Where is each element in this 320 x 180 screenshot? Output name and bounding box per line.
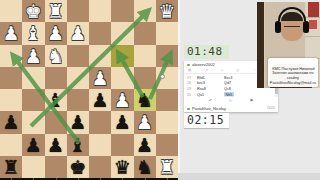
white-pawn-piece[interactable]: ♟: [111, 89, 133, 111]
square[interactable]: [67, 89, 89, 111]
black-pawn-piece[interactable]: ♟: [67, 111, 89, 133]
square[interactable]: ♟: [67, 22, 89, 44]
opponent-clock: 01:48: [184, 45, 229, 59]
white-queen-piece[interactable]: ♛: [156, 0, 178, 22]
move-cell[interactable]: Nb5: [224, 92, 234, 97]
takeback-button[interactable]: ↶: [208, 98, 212, 103]
square[interactable]: [0, 0, 22, 22]
square[interactable]: ♟: [45, 134, 67, 156]
square[interactable]: ♟: [22, 134, 44, 156]
square[interactable]: [156, 111, 178, 133]
chess-board[interactable]: ♚♜♛♟♝♟♟♟♞♟♝♟♟♞♟♟♟♟♟♟♝♟♜♚♛♞♜: [0, 0, 178, 178]
square[interactable]: [111, 67, 133, 89]
square[interactable]: [67, 67, 89, 89]
square[interactable]: ♟: [0, 22, 22, 44]
square[interactable]: ♟: [134, 111, 156, 133]
player-name[interactable]: Pastukhov_Nicolay: [192, 106, 226, 111]
player-rating: 2423: [267, 106, 275, 110]
square[interactable]: ♟: [45, 22, 67, 44]
move-cell[interactable]: Bxc3: [224, 75, 232, 80]
move-cell[interactable]: Rxa8: [197, 86, 206, 91]
square[interactable]: ♚: [22, 0, 44, 22]
white-king-piece[interactable]: ♚: [22, 0, 44, 22]
caption-line: скайпу: [287, 76, 299, 79]
square[interactable]: ♜: [0, 156, 22, 178]
caption-line: Занятия шахматами по: [272, 72, 314, 75]
square[interactable]: [22, 89, 44, 111]
square[interactable]: [156, 89, 178, 111]
online-dot: [187, 108, 190, 111]
black-pawn-piece[interactable]: ♟: [134, 134, 156, 156]
black-rook-piece[interactable]: ♜: [0, 156, 22, 178]
square[interactable]: [45, 67, 67, 89]
square[interactable]: [111, 22, 133, 44]
webcam-caption: КМС Пастухов НиколайЗанятия шахматами по…: [268, 58, 318, 87]
move-list-tool-icon[interactable]: ⋯: [253, 68, 257, 72]
square[interactable]: [111, 45, 133, 67]
square[interactable]: [111, 0, 133, 22]
square[interactable]: ♟: [89, 89, 111, 111]
move-cell[interactable]: Qc8: [224, 86, 231, 91]
white-rook-piece[interactable]: ♜: [156, 156, 178, 178]
black-pawn-piece[interactable]: ♟: [22, 134, 44, 156]
black-pawn-piece[interactable]: ♟: [111, 111, 133, 133]
square[interactable]: [134, 45, 156, 67]
white-pawn-piece[interactable]: ♟: [67, 22, 89, 44]
board-edge-divider: [178, 0, 180, 178]
square[interactable]: [0, 89, 22, 111]
move-list-tool-icon[interactable]: ▤: [188, 68, 191, 72]
square[interactable]: ♚: [67, 156, 89, 178]
webcam-red-books: [308, 2, 319, 17]
move-cell[interactable]: 18: [187, 80, 191, 85]
square[interactable]: ♟: [67, 111, 89, 133]
headphones-band-icon: [278, 7, 306, 21]
webcam-red-books: [309, 20, 317, 29]
online-dot: [187, 64, 190, 67]
square[interactable]: [67, 45, 89, 67]
square[interactable]: [156, 22, 178, 44]
square[interactable]: ♜: [156, 156, 178, 178]
cursor-dot: [160, 74, 165, 79]
square[interactable]: [89, 45, 111, 67]
move-cell[interactable]: Qa1: [197, 92, 204, 97]
move-cell[interactable]: Qd7: [224, 80, 231, 85]
square[interactable]: ♜: [45, 0, 67, 22]
move-row[interactable]: 20Qa1Nb5: [184, 91, 275, 97]
move-list-tool-icon[interactable]: ◷: [236, 68, 239, 72]
black-pawn-piece[interactable]: ♟: [0, 111, 22, 133]
black-knight-piece[interactable]: ♞: [134, 89, 156, 111]
white-pawn-piece[interactable]: ♟: [0, 22, 22, 44]
square[interactable]: ♝: [45, 89, 67, 111]
square[interactable]: [156, 67, 178, 89]
square[interactable]: ♟: [134, 134, 156, 156]
square[interactable]: ♞: [134, 156, 156, 178]
black-bishop-piece[interactable]: ♝: [45, 89, 67, 111]
black-pawn-piece[interactable]: ♟: [45, 134, 67, 156]
square[interactable]: ♛: [111, 156, 133, 178]
black-bishop-piece[interactable]: ♝: [67, 134, 89, 156]
square[interactable]: [111, 134, 133, 156]
square[interactable]: [0, 67, 22, 89]
square[interactable]: [45, 156, 67, 178]
move-cell[interactable]: bxc3: [197, 80, 205, 85]
square[interactable]: [89, 111, 111, 133]
black-king-piece[interactable]: ♚: [67, 156, 89, 178]
webcam-door: [257, 2, 264, 88]
white-knight-piece[interactable]: ♞: [45, 45, 67, 67]
square[interactable]: [67, 0, 89, 22]
headphone-cup-icon: [275, 21, 281, 33]
webcam-view: КМС Пастухов НиколайЗанятия шахматами по…: [257, 2, 320, 88]
square[interactable]: ♟: [111, 89, 133, 111]
square[interactable]: [45, 111, 67, 133]
black-queen-piece[interactable]: ♛: [111, 156, 133, 178]
move-list-tool-icon[interactable]: +: [221, 68, 223, 72]
board-coordinates-strip: [0, 178, 178, 180]
panel-bottom-band: [178, 173, 320, 180]
move-cell[interactable]: Rfd1: [197, 75, 205, 80]
draw-offer-button[interactable]: ½: [229, 98, 233, 103]
square[interactable]: [89, 0, 111, 22]
white-rook-piece[interactable]: ♜: [45, 0, 67, 22]
square[interactable]: [22, 111, 44, 133]
square[interactable]: ♞: [134, 89, 156, 111]
square[interactable]: [134, 0, 156, 22]
square[interactable]: ♞: [45, 45, 67, 67]
square[interactable]: [134, 22, 156, 44]
move-cell[interactable]: 17: [187, 75, 191, 80]
white-pawn-piece[interactable]: ♟: [89, 67, 111, 89]
square[interactable]: ♝: [22, 22, 44, 44]
square[interactable]: [156, 45, 178, 67]
black-pawn-piece[interactable]: ♟: [89, 89, 111, 111]
resign-flag-button[interactable]: ⚑: [250, 98, 254, 103]
player-clock: 02:15: [184, 113, 229, 128]
square[interactable]: ♛: [156, 0, 178, 22]
square[interactable]: [22, 67, 44, 89]
black-knight-piece[interactable]: ♞: [134, 156, 156, 178]
headphone-cup-icon: [303, 21, 309, 33]
white-bishop-piece[interactable]: ♝: [22, 22, 44, 44]
move-list-tool-icon[interactable]: ≡: [206, 68, 208, 72]
white-pawn-piece[interactable]: ♟: [22, 45, 44, 67]
move-cell[interactable]: 20: [187, 92, 191, 97]
opponent-name[interactable]: alexeev2002: [192, 62, 215, 67]
square[interactable]: [134, 67, 156, 89]
glasses-icon: [284, 26, 300, 30]
square[interactable]: [89, 22, 111, 44]
square[interactable]: [0, 134, 22, 156]
square[interactable]: [22, 156, 44, 178]
square[interactable]: [89, 134, 111, 156]
square[interactable]: ♟: [22, 45, 44, 67]
square[interactable]: ♟: [0, 111, 22, 133]
move-cell[interactable]: 19: [187, 86, 191, 91]
square[interactable]: [156, 134, 178, 156]
square[interactable]: [0, 45, 22, 67]
game-action-buttons[interactable]: ↶½⚑: [184, 97, 278, 105]
square[interactable]: [89, 156, 111, 178]
white-pawn-piece[interactable]: ♟: [134, 111, 156, 133]
square[interactable]: ♝: [67, 134, 89, 156]
white-pawn-piece[interactable]: ♟: [45, 22, 67, 44]
square[interactable]: ♟: [111, 111, 133, 133]
square[interactable]: ♟: [89, 67, 111, 89]
stream-frame: ♚♜♛♟♝♟♟♟♞♟♝♟♟♞♟♟♟♟♟♟♝♟♜♚♛♞♜ 01:48 alexee…: [0, 0, 320, 180]
caption-line: PastukhovNicolay@mail.ru: [270, 81, 316, 84]
player-row: Pastukhov_Nicolay 2423: [184, 105, 278, 112]
